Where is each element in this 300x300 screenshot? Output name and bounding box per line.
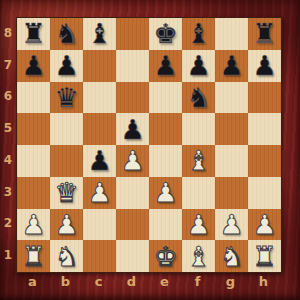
square-f1[interactable]: ♝: [182, 240, 215, 272]
square-h4[interactable]: [248, 145, 281, 177]
square-b2[interactable]: ♟: [50, 209, 83, 241]
square-d2[interactable]: [116, 209, 149, 241]
white-pawn-a2[interactable]: ♟: [21, 211, 45, 238]
black-rook-a8[interactable]: ♜: [21, 20, 45, 47]
square-g5[interactable]: [215, 113, 248, 145]
square-e4[interactable]: [149, 145, 182, 177]
file-label-f: f: [181, 271, 214, 297]
black-pawn-b7[interactable]: ♟: [54, 52, 78, 79]
white-pawn-c3[interactable]: ♟: [87, 179, 111, 206]
black-knight-f6[interactable]: ♞: [186, 84, 210, 111]
square-f8[interactable]: ♝: [182, 18, 215, 50]
black-pawn-a7[interactable]: ♟: [21, 52, 45, 79]
square-d4[interactable]: ♟: [116, 145, 149, 177]
square-e3[interactable]: ♟: [149, 177, 182, 209]
square-g6[interactable]: [215, 82, 248, 114]
square-d7[interactable]: [116, 50, 149, 82]
black-rook-h8[interactable]: ♜: [252, 20, 276, 47]
square-c5[interactable]: [83, 113, 116, 145]
black-queen-b6[interactable]: ♛: [54, 84, 78, 111]
square-h3[interactable]: [248, 177, 281, 209]
square-a5[interactable]: [17, 113, 50, 145]
square-g4[interactable]: [215, 145, 248, 177]
square-d8[interactable]: [116, 18, 149, 50]
rank-label-4: 4: [0, 144, 16, 176]
black-pawn-g7[interactable]: ♟: [219, 52, 243, 79]
square-a8[interactable]: ♜: [17, 18, 50, 50]
square-d6[interactable]: [116, 82, 149, 114]
file-label-c: c: [82, 271, 115, 297]
white-knight-b1[interactable]: ♞: [54, 243, 78, 270]
black-pawn-c4[interactable]: ♟: [87, 147, 111, 174]
square-a4[interactable]: [17, 145, 50, 177]
file-label-e: e: [148, 271, 181, 297]
square-g7[interactable]: ♟: [215, 50, 248, 82]
rank-label-1: 1: [0, 239, 16, 271]
square-g2[interactable]: ♟: [215, 209, 248, 241]
square-b3[interactable]: ♛: [50, 177, 83, 209]
square-a2[interactable]: ♟: [17, 209, 50, 241]
black-bishop-f8[interactable]: ♝: [186, 20, 210, 47]
square-f5[interactable]: [182, 113, 215, 145]
white-rook-a1[interactable]: ♜: [21, 243, 45, 270]
square-e8[interactable]: ♚: [149, 18, 182, 50]
square-e1[interactable]: ♚: [149, 240, 182, 272]
square-e7[interactable]: ♟: [149, 50, 182, 82]
white-pawn-d4[interactable]: ♟: [120, 147, 144, 174]
white-king-e1[interactable]: ♚: [153, 243, 177, 270]
square-c7[interactable]: [83, 50, 116, 82]
chess-diagram: 87654321 ♜♞♝♚♝♜♟♟♟♟♟♟♛♞♟♟♟♝♛♟♟♟♟♟♟♟♜♞♚♝♞…: [0, 0, 300, 300]
file-label-b: b: [49, 271, 82, 297]
white-pawn-e3[interactable]: ♟: [153, 179, 177, 206]
square-a6[interactable]: [17, 82, 50, 114]
rank-label-3: 3: [0, 176, 16, 208]
white-pawn-h2[interactable]: ♟: [252, 211, 276, 238]
square-h7[interactable]: ♟: [248, 50, 281, 82]
white-pawn-f2[interactable]: ♟: [186, 211, 210, 238]
file-label-g: g: [214, 271, 247, 297]
black-pawn-d5[interactable]: ♟: [120, 116, 144, 143]
file-coordinates: abcdefgh: [16, 271, 280, 297]
square-a7[interactable]: ♟: [17, 50, 50, 82]
black-pawn-e7[interactable]: ♟: [153, 52, 177, 79]
square-b5[interactable]: [50, 113, 83, 145]
white-queen-b3[interactable]: ♛: [54, 179, 78, 206]
square-d3[interactable]: [116, 177, 149, 209]
square-e2[interactable]: [149, 209, 182, 241]
black-pawn-h7[interactable]: ♟: [252, 52, 276, 79]
square-b6[interactable]: ♛: [50, 82, 83, 114]
file-label-a: a: [16, 271, 49, 297]
rank-label-6: 6: [0, 81, 16, 113]
rank-label-2: 2: [0, 208, 16, 240]
square-h5[interactable]: [248, 113, 281, 145]
square-a1[interactable]: ♜: [17, 240, 50, 272]
white-pawn-b2[interactable]: ♟: [54, 211, 78, 238]
chess-board[interactable]: ♜♞♝♚♝♜♟♟♟♟♟♟♛♞♟♟♟♝♛♟♟♟♟♟♟♟♜♞♚♝♞♜: [16, 17, 282, 273]
square-h2[interactable]: ♟: [248, 209, 281, 241]
square-h8[interactable]: ♜: [248, 18, 281, 50]
square-b1[interactable]: ♞: [50, 240, 83, 272]
square-h1[interactable]: ♜: [248, 240, 281, 272]
square-c1[interactable]: [83, 240, 116, 272]
square-c3[interactable]: ♟: [83, 177, 116, 209]
white-bishop-f1[interactable]: ♝: [186, 243, 210, 270]
square-b8[interactable]: ♞: [50, 18, 83, 50]
square-f4[interactable]: ♝: [182, 145, 215, 177]
square-g1[interactable]: ♞: [215, 240, 248, 272]
black-king-e8[interactable]: ♚: [153, 20, 177, 47]
black-knight-b8[interactable]: ♞: [54, 20, 78, 47]
square-f2[interactable]: ♟: [182, 209, 215, 241]
square-f3[interactable]: [182, 177, 215, 209]
white-knight-g1[interactable]: ♞: [219, 243, 243, 270]
square-b4[interactable]: [50, 145, 83, 177]
file-label-d: d: [115, 271, 148, 297]
square-d5[interactable]: ♟: [116, 113, 149, 145]
black-bishop-c8[interactable]: ♝: [87, 20, 111, 47]
white-rook-h1[interactable]: ♜: [252, 243, 276, 270]
rank-coordinates: 87654321: [0, 17, 16, 271]
square-g3[interactable]: [215, 177, 248, 209]
rank-label-5: 5: [0, 112, 16, 144]
square-h6[interactable]: [248, 82, 281, 114]
white-bishop-f4[interactable]: ♝: [186, 147, 210, 174]
square-c4[interactable]: ♟: [83, 145, 116, 177]
square-c8[interactable]: ♝: [83, 18, 116, 50]
rank-label-7: 7: [0, 49, 16, 81]
white-pawn-g2[interactable]: ♟: [219, 211, 243, 238]
square-g8[interactable]: [215, 18, 248, 50]
square-d1[interactable]: [116, 240, 149, 272]
square-e5[interactable]: [149, 113, 182, 145]
square-e6[interactable]: [149, 82, 182, 114]
square-f6[interactable]: ♞: [182, 82, 215, 114]
file-label-h: h: [247, 271, 280, 297]
black-pawn-f7[interactable]: ♟: [186, 52, 210, 79]
square-c6[interactable]: [83, 82, 116, 114]
square-a3[interactable]: [17, 177, 50, 209]
rank-label-8: 8: [0, 17, 16, 49]
square-b7[interactable]: ♟: [50, 50, 83, 82]
square-c2[interactable]: [83, 209, 116, 241]
square-f7[interactable]: ♟: [182, 50, 215, 82]
